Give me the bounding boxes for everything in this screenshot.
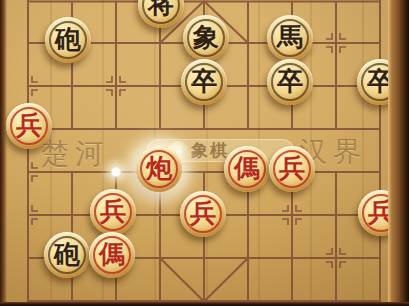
black-piece-glyph: 卒 <box>267 59 313 105</box>
piece-red-soldier-c7[interactable]: 兵 <box>90 189 136 235</box>
board-bottom-edge <box>0 302 409 306</box>
red-piece-glyph: 傌 <box>224 146 270 192</box>
piece-black-cannon-b3[interactable]: 砲 <box>45 17 91 63</box>
black-piece-glyph: 馬 <box>267 15 313 61</box>
piece-red-horse-f6[interactable]: 傌 <box>224 146 270 192</box>
last-move-origin-dot <box>111 167 121 177</box>
piece-black-elephant-e3[interactable]: 象 <box>183 15 229 61</box>
board-right-edge <box>388 0 409 306</box>
piece-red-cannon-d6[interactable]: 炮 <box>136 146 182 192</box>
piece-black-horse-g3[interactable]: 馬 <box>267 15 313 61</box>
black-piece-glyph: 砲 <box>45 17 91 63</box>
piece-red-horse-c8[interactable]: 傌 <box>89 232 135 278</box>
board-left-edge <box>0 0 7 306</box>
red-piece-glyph: 兵 <box>90 189 136 235</box>
black-piece-glyph: 卒 <box>181 59 227 105</box>
xiangqi-board[interactable]: 楚河 汉界 jj 象棋 将砲象馬卒卒卒砲兵炮傌兵兵兵兵傌 <box>0 0 409 306</box>
red-piece-glyph: 傌 <box>89 232 135 278</box>
black-piece-glyph: 砲 <box>44 232 90 278</box>
black-piece-glyph: 象 <box>183 15 229 61</box>
piece-red-soldier-e7[interactable]: 兵 <box>180 191 226 237</box>
piece-black-soldier-g4[interactable]: 卒 <box>267 59 313 105</box>
piece-black-general-d2[interactable]: 将 <box>138 0 184 28</box>
red-piece-glyph: 兵 <box>6 103 52 149</box>
black-piece-glyph: 将 <box>138 0 184 28</box>
piece-red-soldier-a5[interactable]: 兵 <box>6 103 52 149</box>
red-piece-glyph: 兵 <box>269 146 315 192</box>
piece-black-soldier-e4[interactable]: 卒 <box>181 59 227 105</box>
red-piece-glyph: 炮 <box>136 146 182 192</box>
piece-red-soldier-g6[interactable]: 兵 <box>269 146 315 192</box>
piece-black-cannon-b8[interactable]: 砲 <box>44 232 90 278</box>
red-piece-glyph: 兵 <box>180 191 226 237</box>
